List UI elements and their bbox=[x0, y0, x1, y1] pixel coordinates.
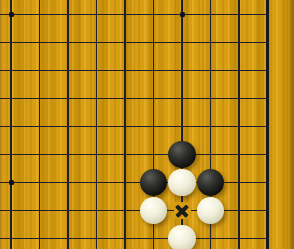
grid-line-horizontal bbox=[0, 70, 269, 72]
grid-line-horizontal bbox=[0, 42, 269, 44]
grid-line-horizontal bbox=[0, 210, 269, 212]
white-stone-R9 bbox=[197, 197, 225, 225]
grid-line-horizontal bbox=[0, 14, 269, 16]
grid-line-vertical bbox=[39, 0, 41, 249]
white-stone-Q8 bbox=[168, 225, 196, 249]
white-stone-Q10 bbox=[168, 169, 196, 197]
grid-line-horizontal bbox=[0, 126, 269, 128]
go-board[interactable] bbox=[0, 0, 294, 249]
screenshot-stage bbox=[0, 0, 294, 249]
black-stone-Q11 bbox=[168, 141, 196, 169]
grid-line-horizontal bbox=[0, 182, 269, 184]
board-edge-line bbox=[266, 0, 269, 249]
grid-line-vertical bbox=[96, 0, 98, 249]
grid-line-vertical bbox=[10, 0, 12, 249]
x-mark-point[interactable] bbox=[174, 202, 191, 219]
star-point bbox=[180, 12, 185, 17]
grid-line-horizontal bbox=[0, 98, 269, 100]
star-point bbox=[9, 180, 14, 185]
grid-line-vertical bbox=[238, 0, 240, 249]
grid-line-vertical bbox=[124, 0, 126, 249]
black-stone-R10 bbox=[197, 169, 225, 197]
black-stone-P10 bbox=[140, 169, 168, 197]
grid-line-horizontal bbox=[0, 154, 269, 156]
grid-line-horizontal bbox=[0, 238, 269, 240]
white-stone-P9 bbox=[140, 197, 168, 225]
grid-line-vertical bbox=[67, 0, 69, 249]
star-point bbox=[9, 12, 14, 17]
